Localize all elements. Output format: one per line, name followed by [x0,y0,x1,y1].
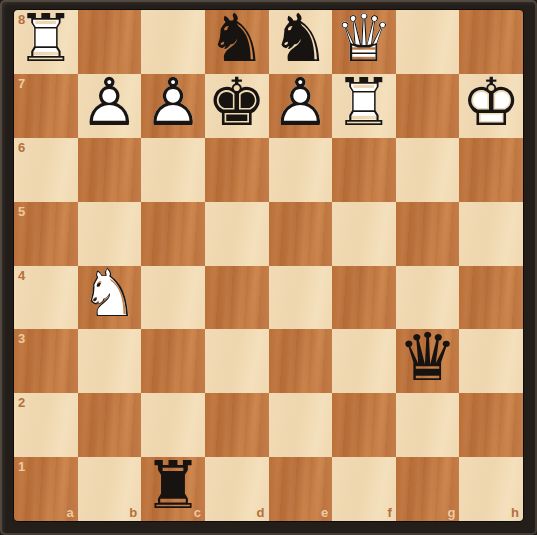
square-e8[interactable]: ♞ [269,10,333,74]
square-h2[interactable] [459,393,523,457]
square-f6[interactable] [332,138,396,202]
white-pawn-icon: ♟ [269,74,333,138]
white-rook-icon: ♜ [332,74,396,138]
black-king-icon: ♚ [205,74,269,138]
square-g4[interactable] [396,266,460,330]
square-b1[interactable]: b [78,457,142,521]
square-d7[interactable]: ♚ [205,74,269,138]
square-g3[interactable]: ♛ [396,329,460,393]
white-knight-b4[interactable]: ♞♘ [78,266,142,330]
square-e6[interactable] [269,138,333,202]
square-e4[interactable] [269,266,333,330]
square-a4[interactable]: 4 [14,266,78,330]
square-h5[interactable] [459,202,523,266]
square-h8[interactable] [459,10,523,74]
square-g2[interactable] [396,393,460,457]
square-b3[interactable] [78,329,142,393]
white-rook-outline-icon: ♖ [332,74,396,138]
square-a2[interactable]: 2 [14,393,78,457]
square-e3[interactable] [269,329,333,393]
square-g5[interactable] [396,202,460,266]
rank-label-5: 5 [18,205,25,218]
square-e1[interactable]: e [269,457,333,521]
square-a1[interactable]: 1a [14,457,78,521]
black-king-d7[interactable]: ♚ [205,74,269,138]
square-c6[interactable] [141,138,205,202]
white-queen-outline-icon: ♕ [332,10,396,74]
square-a3[interactable]: 3 [14,329,78,393]
square-a5[interactable]: 5 [14,202,78,266]
square-b2[interactable] [78,393,142,457]
chess-board: 8♜♖♞♞♛♕7♟♙♟♙♚♟♙♜♖♚♔654♞♘3♛21abc♜defgh [14,10,523,521]
file-label-d: d [257,506,265,519]
white-king-icon: ♚ [459,74,523,138]
file-label-f: f [387,506,391,519]
square-d8[interactable]: ♞ [205,10,269,74]
white-rook-f7[interactable]: ♜♖ [332,74,396,138]
white-queen-f8[interactable]: ♛♕ [332,10,396,74]
file-label-h: h [511,506,519,519]
square-g7[interactable] [396,74,460,138]
white-queen-icon: ♛ [332,10,396,74]
rank-label-1: 1 [18,460,25,473]
white-pawn-outline-icon: ♙ [269,74,333,138]
square-h1[interactable]: h [459,457,523,521]
rank-label-6: 6 [18,141,25,154]
rank-label-7: 7 [18,77,25,90]
white-pawn-c7[interactable]: ♟♙ [141,74,205,138]
square-f5[interactable] [332,202,396,266]
square-d6[interactable] [205,138,269,202]
white-knight-outline-icon: ♘ [78,266,142,330]
square-h6[interactable] [459,138,523,202]
white-pawn-outline-icon: ♙ [78,74,142,138]
square-c3[interactable] [141,329,205,393]
chess-widget: 8♜♖♞♞♛♕7♟♙♟♙♚♟♙♜♖♚♔654♞♘3♛21abc♜defgh [0,0,537,535]
square-f7[interactable]: ♜♖ [332,74,396,138]
square-g8[interactable] [396,10,460,74]
square-c2[interactable] [141,393,205,457]
square-e7[interactable]: ♟♙ [269,74,333,138]
square-c7[interactable]: ♟♙ [141,74,205,138]
rank-label-3: 3 [18,332,25,345]
rank-label-8: 8 [18,13,25,26]
square-e2[interactable] [269,393,333,457]
square-a6[interactable]: 6 [14,138,78,202]
square-f1[interactable]: f [332,457,396,521]
white-king-h7[interactable]: ♚♔ [459,74,523,138]
black-queen-icon: ♛ [396,329,460,393]
file-label-e: e [321,506,328,519]
square-f4[interactable] [332,266,396,330]
square-g6[interactable] [396,138,460,202]
black-knight-icon: ♞ [269,10,333,74]
white-king-outline-icon: ♔ [459,74,523,138]
square-c8[interactable] [141,10,205,74]
square-g1[interactable]: g [396,457,460,521]
white-knight-icon: ♞ [78,266,142,330]
black-queen-g3[interactable]: ♛ [396,329,460,393]
square-b7[interactable]: ♟♙ [78,74,142,138]
square-h7[interactable]: ♚♔ [459,74,523,138]
square-b8[interactable] [78,10,142,74]
square-f3[interactable] [332,329,396,393]
white-pawn-e7[interactable]: ♟♙ [269,74,333,138]
file-label-b: b [129,506,137,519]
black-knight-icon: ♞ [205,10,269,74]
square-f2[interactable] [332,393,396,457]
square-h4[interactable] [459,266,523,330]
square-f8[interactable]: ♛♕ [332,10,396,74]
square-d2[interactable] [205,393,269,457]
square-c5[interactable] [141,202,205,266]
square-b4[interactable]: ♞♘ [78,266,142,330]
square-a8[interactable]: 8♜♖ [14,10,78,74]
square-d5[interactable] [205,202,269,266]
square-b6[interactable] [78,138,142,202]
file-label-g: g [447,506,455,519]
square-c4[interactable] [141,266,205,330]
square-h3[interactable] [459,329,523,393]
square-d3[interactable] [205,329,269,393]
square-d1[interactable]: d [205,457,269,521]
square-b5[interactable] [78,202,142,266]
rank-label-4: 4 [18,269,25,282]
square-a7[interactable]: 7 [14,74,78,138]
black-knight-e8[interactable]: ♞ [269,10,333,74]
rank-label-2: 2 [18,396,25,409]
square-c1[interactable]: c♜ [141,457,205,521]
file-label-a: a [66,506,73,519]
white-pawn-b7[interactable]: ♟♙ [78,74,142,138]
white-pawn-outline-icon: ♙ [141,74,205,138]
white-pawn-icon: ♟ [78,74,142,138]
white-pawn-icon: ♟ [141,74,205,138]
square-e5[interactable] [269,202,333,266]
file-label-c: c [194,506,201,519]
square-d4[interactable] [205,266,269,330]
black-knight-d8[interactable]: ♞ [205,10,269,74]
